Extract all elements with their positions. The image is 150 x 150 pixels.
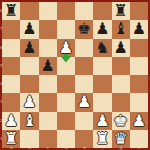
square-d5[interactable] (57, 57, 75, 75)
square-d3[interactable] (57, 93, 75, 111)
square-e8[interactable] (75, 2, 93, 20)
square-f2[interactable]: ♟ (93, 112, 111, 130)
piece-black-pawn[interactable]: ♟ (95, 20, 109, 38)
square-b1[interactable] (20, 130, 38, 148)
square-g5[interactable] (112, 57, 130, 75)
square-f4[interactable] (93, 75, 111, 93)
piece-black-king[interactable]: ♚ (77, 20, 91, 38)
square-c2[interactable] (39, 112, 57, 130)
square-a5[interactable] (2, 57, 20, 75)
piece-black-pawn[interactable]: ♟ (132, 20, 146, 38)
chess-board: ♜♜♟♚♟♝♟♟♟♞♟♟♟♟♟♝♟♚♟♜♜♛ 87654321abcdefgh (0, 0, 150, 150)
square-d2[interactable] (57, 112, 75, 130)
square-g8[interactable]: ♜ (112, 2, 130, 20)
square-d1[interactable] (57, 130, 75, 148)
square-h5[interactable] (130, 57, 148, 75)
square-d7[interactable] (57, 20, 75, 38)
square-a4[interactable] (2, 75, 20, 93)
square-h2[interactable]: ♟ (130, 112, 148, 130)
square-h8[interactable] (130, 2, 148, 20)
square-c6[interactable] (39, 39, 57, 57)
piece-black-pawn[interactable]: ♟ (22, 20, 36, 38)
piece-black-pawn[interactable]: ♟ (40, 57, 54, 75)
square-b6[interactable]: ♟ (20, 39, 38, 57)
square-c8[interactable] (39, 2, 57, 20)
piece-white-queen[interactable]: ♛ (113, 130, 127, 148)
square-f3[interactable] (93, 93, 111, 111)
square-h3[interactable] (130, 93, 148, 111)
square-c7[interactable] (39, 20, 57, 38)
board-grid: ♜♜♟♚♟♝♟♟♟♞♟♟♟♟♟♝♟♚♟♜♜♛ (2, 2, 148, 148)
piece-white-pawn[interactable]: ♟ (77, 93, 91, 111)
square-e5[interactable] (75, 57, 93, 75)
square-b5[interactable] (20, 57, 38, 75)
piece-white-pawn[interactable]: ♟ (22, 93, 36, 111)
square-h1[interactable] (130, 130, 148, 148)
square-e6[interactable] (75, 39, 93, 57)
square-e4[interactable] (75, 75, 93, 93)
square-a8[interactable]: ♜ (2, 2, 20, 20)
piece-white-rook[interactable]: ♜ (95, 130, 109, 148)
square-f7[interactable]: ♟ (93, 20, 111, 38)
square-a7[interactable] (2, 20, 20, 38)
square-d4[interactable] (57, 75, 75, 93)
square-g7[interactable]: ♝ (112, 20, 130, 38)
square-a1[interactable]: ♜ (2, 130, 20, 148)
piece-white-pawn[interactable]: ♟ (4, 112, 18, 130)
square-b8[interactable] (20, 2, 38, 20)
square-b7[interactable]: ♟ (20, 20, 38, 38)
piece-black-knight[interactable]: ♞ (95, 39, 109, 57)
square-c4[interactable] (39, 75, 57, 93)
square-d8[interactable] (57, 2, 75, 20)
square-b2[interactable]: ♝ (20, 112, 38, 130)
piece-white-pawn[interactable]: ♟ (132, 112, 146, 130)
square-h4[interactable] (130, 75, 148, 93)
square-e2[interactable] (75, 112, 93, 130)
square-b3[interactable]: ♟ (20, 93, 38, 111)
piece-black-bishop[interactable]: ♝ (113, 20, 127, 38)
square-c3[interactable] (39, 93, 57, 111)
square-h6[interactable] (130, 39, 148, 57)
square-c5[interactable]: ♟ (39, 57, 57, 75)
piece-black-pawn[interactable]: ♟ (113, 39, 127, 57)
square-a2[interactable]: ♟ (2, 112, 20, 130)
piece-black-pawn[interactable]: ♟ (22, 39, 36, 57)
square-f8[interactable] (93, 2, 111, 20)
square-g4[interactable] (112, 75, 130, 93)
square-f6[interactable]: ♞ (93, 39, 111, 57)
piece-white-pawn[interactable]: ♟ (59, 39, 73, 57)
piece-black-rook[interactable]: ♜ (113, 2, 127, 20)
piece-black-rook[interactable]: ♜ (4, 2, 18, 20)
square-d6[interactable]: ♟ (57, 39, 75, 57)
square-b4[interactable] (20, 75, 38, 93)
piece-white-pawn[interactable]: ♟ (95, 112, 109, 130)
square-g3[interactable] (112, 93, 130, 111)
square-f5[interactable] (93, 57, 111, 75)
square-f1[interactable]: ♜ (93, 130, 111, 148)
square-g1[interactable]: ♛ (112, 130, 130, 148)
square-a3[interactable] (2, 93, 20, 111)
square-g6[interactable]: ♟ (112, 39, 130, 57)
square-e1[interactable] (75, 130, 93, 148)
square-a6[interactable] (2, 39, 20, 57)
square-e3[interactable]: ♟ (75, 93, 93, 111)
piece-white-king[interactable]: ♚ (113, 112, 127, 130)
piece-white-rook[interactable]: ♜ (4, 130, 18, 148)
square-e7[interactable]: ♚ (75, 20, 93, 38)
square-g2[interactable]: ♚ (112, 112, 130, 130)
square-c1[interactable] (39, 130, 57, 148)
square-h7[interactable]: ♟ (130, 20, 148, 38)
piece-white-bishop[interactable]: ♝ (22, 112, 36, 130)
